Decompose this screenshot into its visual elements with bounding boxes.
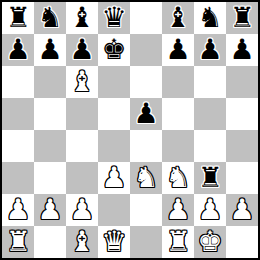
square-e1[interactable] xyxy=(130,226,162,258)
square-d5[interactable] xyxy=(98,98,130,130)
square-e7[interactable] xyxy=(130,34,162,66)
piece-white-pawn[interactable]: ♟ xyxy=(197,194,222,226)
square-e5[interactable]: ♟ xyxy=(130,98,162,130)
square-g1[interactable]: ♚ xyxy=(194,226,226,258)
square-g4[interactable] xyxy=(194,130,226,162)
square-b2[interactable]: ♟ xyxy=(34,194,66,226)
piece-black-bishop[interactable]: ♝ xyxy=(165,2,190,34)
piece-black-bishop[interactable]: ♝ xyxy=(69,2,94,34)
piece-white-pawn[interactable]: ♟ xyxy=(101,162,126,194)
piece-black-pawn[interactable]: ♟ xyxy=(197,34,222,66)
square-a2[interactable]: ♟ xyxy=(2,194,34,226)
square-f7[interactable]: ♟ xyxy=(162,34,194,66)
square-a7[interactable]: ♟ xyxy=(2,34,34,66)
chess-board: ♜♞♝♛♝♞♜♟♟♟♚♟♟♟♝♟♟♞♞♜♟♟♟♟♟♟♜♝♛♜♚ xyxy=(0,0,260,260)
square-e6[interactable] xyxy=(130,66,162,98)
piece-white-pawn[interactable]: ♟ xyxy=(165,194,190,226)
piece-black-knight[interactable]: ♞ xyxy=(37,2,62,34)
piece-white-knight[interactable]: ♞ xyxy=(165,162,190,194)
square-c2[interactable]: ♟ xyxy=(66,194,98,226)
piece-white-bishop[interactable]: ♝ xyxy=(69,226,94,258)
square-c4[interactable] xyxy=(66,130,98,162)
square-b1[interactable] xyxy=(34,226,66,258)
square-c1[interactable]: ♝ xyxy=(66,226,98,258)
square-e3[interactable]: ♞ xyxy=(130,162,162,194)
square-e4[interactable] xyxy=(130,130,162,162)
square-d2[interactable] xyxy=(98,194,130,226)
square-d7[interactable]: ♚ xyxy=(98,34,130,66)
piece-white-pawn[interactable]: ♟ xyxy=(37,194,62,226)
piece-black-rook[interactable]: ♜ xyxy=(197,162,222,194)
square-g2[interactable]: ♟ xyxy=(194,194,226,226)
square-f2[interactable]: ♟ xyxy=(162,194,194,226)
piece-black-pawn[interactable]: ♟ xyxy=(69,34,94,66)
square-d4[interactable] xyxy=(98,130,130,162)
piece-black-queen[interactable]: ♛ xyxy=(101,2,126,34)
square-h8[interactable]: ♜ xyxy=(226,2,258,34)
square-c5[interactable] xyxy=(66,98,98,130)
square-h5[interactable] xyxy=(226,98,258,130)
piece-black-knight[interactable]: ♞ xyxy=(197,2,222,34)
square-h1[interactable] xyxy=(226,226,258,258)
square-f3[interactable]: ♞ xyxy=(162,162,194,194)
square-h4[interactable] xyxy=(226,130,258,162)
square-b8[interactable]: ♞ xyxy=(34,2,66,34)
square-g3[interactable]: ♜ xyxy=(194,162,226,194)
piece-white-bishop[interactable]: ♝ xyxy=(69,66,94,98)
piece-white-knight[interactable]: ♞ xyxy=(133,162,158,194)
piece-black-king[interactable]: ♚ xyxy=(101,34,126,66)
square-h6[interactable] xyxy=(226,66,258,98)
square-a4[interactable] xyxy=(2,130,34,162)
square-h7[interactable]: ♟ xyxy=(226,34,258,66)
piece-white-queen[interactable]: ♛ xyxy=(101,226,126,258)
piece-black-rook[interactable]: ♜ xyxy=(229,2,254,34)
square-b4[interactable] xyxy=(34,130,66,162)
piece-black-pawn[interactable]: ♟ xyxy=(133,98,158,130)
square-b6[interactable] xyxy=(34,66,66,98)
chess-board-window: ♜♞♝♛♝♞♜♟♟♟♚♟♟♟♝♟♟♞♞♜♟♟♟♟♟♟♜♝♛♜♚ xyxy=(0,0,260,260)
square-a5[interactable] xyxy=(2,98,34,130)
square-c6[interactable]: ♝ xyxy=(66,66,98,98)
square-c8[interactable]: ♝ xyxy=(66,2,98,34)
square-b7[interactable]: ♟ xyxy=(34,34,66,66)
square-e8[interactable] xyxy=(130,2,162,34)
square-d6[interactable] xyxy=(98,66,130,98)
square-h2[interactable]: ♟ xyxy=(226,194,258,226)
piece-black-pawn[interactable]: ♟ xyxy=(37,34,62,66)
square-f8[interactable]: ♝ xyxy=(162,2,194,34)
square-f5[interactable] xyxy=(162,98,194,130)
piece-white-pawn[interactable]: ♟ xyxy=(5,194,30,226)
square-c7[interactable]: ♟ xyxy=(66,34,98,66)
piece-black-pawn[interactable]: ♟ xyxy=(5,34,30,66)
square-c3[interactable] xyxy=(66,162,98,194)
square-a8[interactable]: ♜ xyxy=(2,2,34,34)
piece-black-rook[interactable]: ♜ xyxy=(5,2,30,34)
piece-white-pawn[interactable]: ♟ xyxy=(69,194,94,226)
square-b5[interactable] xyxy=(34,98,66,130)
square-g8[interactable]: ♞ xyxy=(194,2,226,34)
square-a6[interactable] xyxy=(2,66,34,98)
piece-white-pawn[interactable]: ♟ xyxy=(229,194,254,226)
piece-white-rook[interactable]: ♜ xyxy=(5,226,30,258)
square-d1[interactable]: ♛ xyxy=(98,226,130,258)
piece-white-rook[interactable]: ♜ xyxy=(165,226,190,258)
square-f6[interactable] xyxy=(162,66,194,98)
piece-black-pawn[interactable]: ♟ xyxy=(229,34,254,66)
piece-black-pawn[interactable]: ♟ xyxy=(165,34,190,66)
square-a3[interactable] xyxy=(2,162,34,194)
square-g6[interactable] xyxy=(194,66,226,98)
square-b3[interactable] xyxy=(34,162,66,194)
square-f1[interactable]: ♜ xyxy=(162,226,194,258)
square-f4[interactable] xyxy=(162,130,194,162)
square-d8[interactable]: ♛ xyxy=(98,2,130,34)
square-h3[interactable] xyxy=(226,162,258,194)
square-e2[interactable] xyxy=(130,194,162,226)
square-g7[interactable]: ♟ xyxy=(194,34,226,66)
square-d3[interactable]: ♟ xyxy=(98,162,130,194)
piece-white-king[interactable]: ♚ xyxy=(197,226,222,258)
square-a1[interactable]: ♜ xyxy=(2,226,34,258)
square-g5[interactable] xyxy=(194,98,226,130)
